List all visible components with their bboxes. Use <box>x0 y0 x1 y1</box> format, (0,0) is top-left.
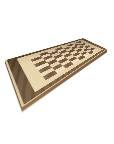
product-photo-scene <box>0 0 114 144</box>
board-inner-maple-line <box>17 39 103 92</box>
board-square <box>91 49 97 52</box>
board-playing-field <box>29 41 98 80</box>
chessboard <box>5 38 107 107</box>
